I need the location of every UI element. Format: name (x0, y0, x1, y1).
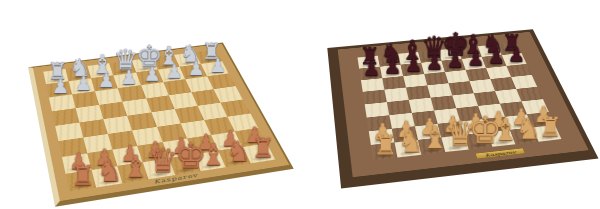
black-pawn: ♟ (424, 52, 445, 72)
white-king: ♚ (174, 138, 200, 173)
square-b1: ♞ (395, 140, 422, 157)
black-pawn: ♟ (445, 50, 466, 70)
chess-board-walnut: ♜♞♝♛♚♝♞♜♟♟♟♟♟♟♟♟♟♟♟♟♟♟♟♟♜♞♝♛♚♝♞♜ Kasparo… (327, 29, 598, 188)
square-d7: ♟ (421, 60, 445, 73)
square-a6 (49, 94, 76, 111)
white-rook: ♜ (250, 135, 276, 161)
square-b7: ♟ (69, 78, 95, 94)
product-photo-strip: ♜♞♝♛♚♝♞♜♟♟♟♟♟♟♟♟♟♟♟♟♟♟♟♟♜♞♝♛♚♝♞♜ Kasparo… (0, 0, 600, 209)
black-pawn: ♟ (465, 48, 486, 68)
square-b5 (384, 87, 408, 101)
black-pawn: ♟ (403, 54, 424, 74)
square-f5 (169, 92, 198, 109)
square-a7: ♟ (46, 81, 72, 97)
wooden-chess-set-photo: ♜♞♝♛♚♝♞♜♟♟♟♟♟♟♟♟♟♟♟♟♟♟♟♟♜♞♝♛♚♝♞♜ Kasparo… (300, 0, 600, 209)
white-knight: ♞ (225, 137, 251, 165)
square-h6 (506, 63, 531, 76)
square-c7: ♟ (91, 75, 118, 91)
white-bishop: ♝ (123, 151, 150, 181)
black-pawn: ♟ (118, 67, 141, 86)
black-pawn: ♟ (361, 58, 382, 78)
black-pawn: ♟ (185, 58, 208, 77)
square-h6 (207, 73, 236, 89)
white-rook: ♜ (538, 113, 562, 140)
white-knight: ♞ (397, 126, 421, 156)
white-queen: ♛ (149, 144, 176, 177)
square-h4 (220, 99, 250, 116)
chess-board-grid: ♜♞♝♛♚♝♞♜♟♟♟♟♟♟♟♟♟♟♟♟♟♟♟♟♜♞♝♛♚♝♞♜ (357, 42, 561, 159)
black-pawn: ♟ (49, 76, 72, 95)
board-signature-plaque: Kasparov (475, 147, 526, 159)
square-a1: ♜ (371, 142, 398, 160)
black-pawn: ♟ (382, 56, 403, 76)
black-pawn: ♟ (207, 56, 230, 75)
square-c7: ♟ (401, 62, 425, 75)
square-b7: ♟ (380, 64, 403, 77)
black-pawn: ♟ (95, 70, 118, 89)
black-pawn: ♟ (140, 64, 163, 83)
square-f5 (470, 79, 495, 93)
white-knight: ♞ (96, 156, 123, 185)
chess-board-oak: ♜♞♝♛♚♝♞♜♟♟♟♟♟♟♟♟♟♟♟♟♟♟♟♟♜♞♝♛♚♝♞♜ Kasparo… (28, 42, 294, 206)
black-pawn: ♟ (163, 61, 186, 80)
square-a7: ♟ (359, 66, 382, 79)
black-pawn: ♟ (72, 73, 95, 92)
black-pawn: ♟ (486, 46, 507, 66)
square-a1: ♜ (66, 169, 97, 191)
white-rook: ♜ (69, 162, 96, 189)
white-bishop: ♝ (421, 122, 445, 153)
white-rook: ♜ (373, 131, 397, 159)
metal-chess-set-photo: ♜♞♝♛♚♝♞♜♟♟♟♟♟♟♟♟♟♟♟♟♟♟♟♟♜♞♝♛♚♝♞♜ Kasparo… (0, 0, 300, 209)
square-b4 (80, 119, 109, 137)
black-pawn: ♟ (506, 45, 527, 65)
